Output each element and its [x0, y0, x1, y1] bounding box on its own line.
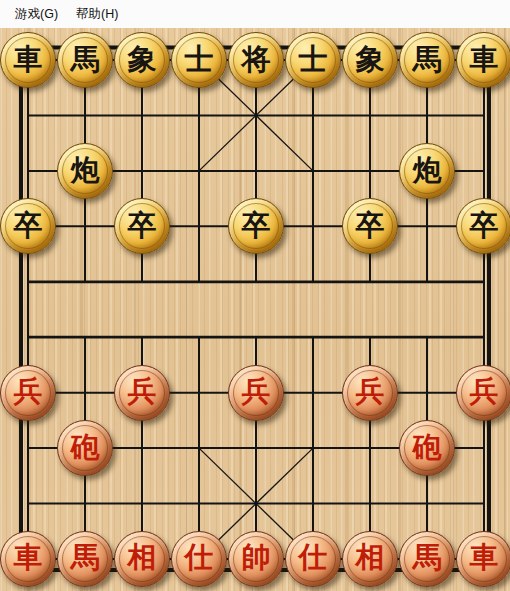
piece-glyph: 炮 [71, 156, 100, 185]
piece-glyph: 卒 [242, 211, 271, 240]
intersection-3-8[interactable] [171, 476, 228, 531]
cell-8-9: 車 [456, 531, 510, 586]
xiangqi-board[interactable]: 車馬象士将士象馬車炮炮卒卒卒卒卒兵兵兵兵兵砲砲車馬相仕帥仕相馬車 [0, 28, 510, 591]
piece-black-soldier[interactable]: 卒 [0, 198, 56, 254]
intersection-8-4[interactable] [456, 254, 510, 309]
piece-red-advisor[interactable]: 仕 [171, 531, 227, 587]
intersection-5-8[interactable] [285, 476, 342, 531]
piece-glyph: 仕 [299, 543, 328, 572]
cell-2-9: 相 [114, 531, 171, 586]
cell-3-9: 仕 [171, 531, 228, 586]
piece-glyph: 馬 [71, 543, 100, 572]
cell-4-9: 帥 [228, 531, 285, 586]
cell-0-9: 車 [0, 531, 57, 586]
piece-glyph: 卒 [128, 211, 157, 240]
piece-red-cannon[interactable]: 砲 [399, 420, 455, 476]
piece-black-horse[interactable]: 馬 [57, 32, 113, 88]
cell-5-9: 仕 [285, 531, 342, 586]
intersection-5-7[interactable] [285, 420, 342, 475]
piece-glyph: 兵 [128, 377, 157, 406]
cell-1-2: 炮 [57, 143, 114, 198]
intersection-0-5[interactable] [0, 310, 57, 365]
cell-6-0: 象 [342, 33, 399, 88]
intersection-8-1[interactable] [456, 88, 510, 143]
piece-glyph: 将 [242, 45, 271, 74]
cell-3-0: 士 [171, 33, 228, 88]
intersection-0-1[interactable] [0, 88, 57, 143]
cell-1-0: 馬 [57, 33, 114, 88]
cell-6-9: 相 [342, 531, 399, 586]
piece-glyph: 砲 [71, 433, 100, 462]
cell-6-6: 兵 [342, 365, 399, 420]
cell-8-6: 兵 [456, 365, 510, 420]
piece-red-horse[interactable]: 馬 [399, 531, 455, 587]
intersection-2-5[interactable] [114, 310, 171, 365]
intersection-0-4[interactable] [0, 254, 57, 309]
intersection-4-5[interactable] [228, 310, 285, 365]
cell-5-0: 士 [285, 33, 342, 88]
intersection-6-1[interactable] [342, 88, 399, 143]
cell-2-3: 卒 [114, 199, 171, 254]
piece-black-horse[interactable]: 馬 [399, 32, 455, 88]
piece-glyph: 兵 [14, 377, 43, 406]
piece-glyph: 帥 [242, 543, 271, 572]
piece-glyph: 兵 [470, 377, 499, 406]
piece-red-elephant[interactable]: 相 [114, 531, 170, 587]
intersection-7-4[interactable] [399, 254, 456, 309]
intersection-2-7[interactable] [114, 420, 171, 475]
cell-4-0: 将 [228, 33, 285, 88]
menu-item-game[interactable]: 游戏(G) [6, 3, 67, 26]
piece-black-advisor[interactable]: 士 [285, 32, 341, 88]
piece-black-chariot[interactable]: 車 [456, 32, 510, 88]
cell-2-0: 象 [114, 33, 171, 88]
cell-0-6: 兵 [0, 365, 57, 420]
intersection-6-8[interactable] [342, 476, 399, 531]
intersection-6-2[interactable] [342, 143, 399, 198]
cell-6-3: 卒 [342, 199, 399, 254]
intersection-7-6[interactable] [399, 365, 456, 420]
piece-red-soldier[interactable]: 兵 [228, 365, 284, 421]
intersection-6-7[interactable] [342, 420, 399, 475]
intersection-4-2[interactable] [228, 143, 285, 198]
xiangqi-app-window: 游戏(G) 帮助(H) [0, 0, 510, 591]
intersection-2-1[interactable] [114, 88, 171, 143]
cell-2-6: 兵 [114, 365, 171, 420]
cell-8-0: 車 [456, 33, 510, 88]
intersection-5-1[interactable] [285, 88, 342, 143]
piece-glyph: 馬 [413, 45, 442, 74]
piece-black-elephant[interactable]: 象 [342, 32, 398, 88]
intersection-5-4[interactable] [285, 254, 342, 309]
piece-red-chariot[interactable]: 車 [456, 531, 510, 587]
intersection-4-8[interactable] [228, 476, 285, 531]
cell-4-3: 卒 [228, 199, 285, 254]
piece-glyph: 砲 [413, 433, 442, 462]
intersection-1-3[interactable] [57, 199, 114, 254]
menu-bar: 游戏(G) 帮助(H) [0, 0, 510, 28]
intersection-4-1[interactable] [228, 88, 285, 143]
intersection-1-8[interactable] [57, 476, 114, 531]
intersection-2-4[interactable] [114, 254, 171, 309]
intersection-6-5[interactable] [342, 310, 399, 365]
piece-glyph: 卒 [14, 211, 43, 240]
piece-glyph: 相 [356, 543, 385, 572]
piece-red-elephant[interactable]: 相 [342, 531, 398, 587]
intersection-1-4[interactable] [57, 254, 114, 309]
intersection-6-4[interactable] [342, 254, 399, 309]
piece-glyph: 象 [128, 45, 157, 74]
menu-item-help[interactable]: 帮助(H) [67, 3, 127, 26]
piece-red-soldier[interactable]: 兵 [0, 365, 56, 421]
piece-glyph: 象 [356, 45, 385, 74]
intersection-7-8[interactable] [399, 476, 456, 531]
piece-black-advisor[interactable]: 士 [171, 32, 227, 88]
piece-black-soldier[interactable]: 卒 [456, 198, 510, 254]
intersection-1-6[interactable] [57, 365, 114, 420]
cell-4-6: 兵 [228, 365, 285, 420]
cell-7-7: 砲 [399, 420, 456, 475]
piece-glyph: 炮 [413, 156, 442, 185]
intersection-1-5[interactable] [57, 310, 114, 365]
piece-red-soldier[interactable]: 兵 [456, 365, 510, 421]
piece-black-soldier[interactable]: 卒 [114, 198, 170, 254]
intersection-5-2[interactable] [285, 143, 342, 198]
piece-black-chariot[interactable]: 車 [0, 32, 56, 88]
piece-glyph: 車 [14, 45, 43, 74]
intersection-8-5[interactable] [456, 310, 510, 365]
piece-glyph: 卒 [470, 211, 499, 240]
intersection-4-4[interactable] [228, 254, 285, 309]
cell-7-9: 馬 [399, 531, 456, 586]
intersection-0-7[interactable] [0, 420, 57, 475]
intersection-7-5[interactable] [399, 310, 456, 365]
cell-8-3: 卒 [456, 199, 510, 254]
piece-glyph: 相 [128, 543, 157, 572]
piece-glyph: 車 [470, 45, 499, 74]
piece-black-soldier[interactable]: 卒 [228, 198, 284, 254]
intersection-2-8[interactable] [114, 476, 171, 531]
intersection-1-1[interactable] [57, 88, 114, 143]
piece-red-horse[interactable]: 馬 [57, 531, 113, 587]
board-grid: 車馬象士将士象馬車炮炮卒卒卒卒卒兵兵兵兵兵砲砲車馬相仕帥仕相馬車 [0, 33, 510, 587]
piece-red-cannon[interactable]: 砲 [57, 420, 113, 476]
cell-1-9: 馬 [57, 531, 114, 586]
intersection-8-7[interactable] [456, 420, 510, 475]
piece-red-chariot[interactable]: 車 [0, 531, 56, 587]
intersection-2-2[interactable] [114, 143, 171, 198]
intersection-3-6[interactable] [171, 365, 228, 420]
piece-red-soldier[interactable]: 兵 [114, 365, 170, 421]
piece-red-advisor[interactable]: 仕 [285, 531, 341, 587]
cell-0-0: 車 [0, 33, 57, 88]
piece-glyph: 馬 [71, 45, 100, 74]
intersection-8-8[interactable] [456, 476, 510, 531]
piece-black-cannon[interactable]: 炮 [57, 143, 113, 199]
intersection-0-2[interactable] [0, 143, 57, 198]
piece-black-soldier[interactable]: 卒 [342, 198, 398, 254]
piece-black-general[interactable]: 将 [228, 32, 284, 88]
piece-glyph: 兵 [356, 377, 385, 406]
intersection-4-7[interactable] [228, 420, 285, 475]
piece-glyph: 馬 [413, 543, 442, 572]
intersection-3-2[interactable] [171, 143, 228, 198]
cell-0-3: 卒 [0, 199, 57, 254]
intersection-5-6[interactable] [285, 365, 342, 420]
intersection-0-8[interactable] [0, 476, 57, 531]
intersection-3-7[interactable] [171, 420, 228, 475]
piece-glyph: 仕 [185, 543, 214, 572]
piece-glyph: 兵 [242, 377, 271, 406]
intersection-7-3[interactable] [399, 199, 456, 254]
piece-glyph: 車 [14, 543, 43, 572]
piece-black-cannon[interactable]: 炮 [399, 143, 455, 199]
cell-1-7: 砲 [57, 420, 114, 475]
intersection-7-1[interactable] [399, 88, 456, 143]
piece-glyph: 士 [185, 45, 214, 74]
intersection-5-3[interactable] [285, 199, 342, 254]
intersection-3-1[interactable] [171, 88, 228, 143]
piece-red-general[interactable]: 帥 [228, 531, 284, 587]
piece-glyph: 車 [470, 543, 499, 572]
piece-red-soldier[interactable]: 兵 [342, 365, 398, 421]
intersection-5-5[interactable] [285, 310, 342, 365]
piece-glyph: 士 [299, 45, 328, 74]
cell-7-2: 炮 [399, 143, 456, 198]
intersection-3-5[interactable] [171, 310, 228, 365]
intersection-3-3[interactable] [171, 199, 228, 254]
piece-glyph: 卒 [356, 211, 385, 240]
piece-black-elephant[interactable]: 象 [114, 32, 170, 88]
intersection-3-4[interactable] [171, 254, 228, 309]
intersection-8-2[interactable] [456, 143, 510, 198]
cell-7-0: 馬 [399, 33, 456, 88]
